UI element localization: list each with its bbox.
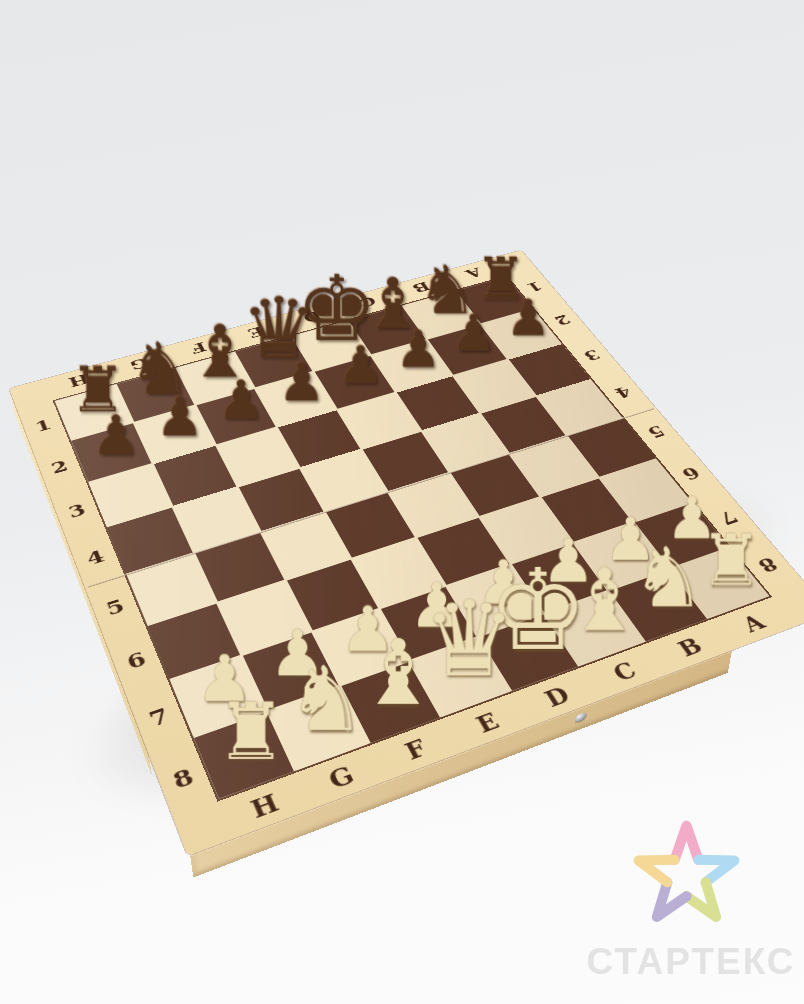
star-icon xyxy=(604,798,769,945)
clasp-pin xyxy=(575,711,587,723)
watermark-text: СТАРТЕКС xyxy=(586,941,795,983)
scene: HGFEDCBA HGFEDCBA 12345678 12345678 ♜♞♝♛… xyxy=(0,0,804,1004)
